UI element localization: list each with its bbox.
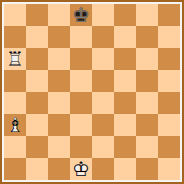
square-d1[interactable]: ♚♔ — [70, 158, 92, 180]
board-frame: ♚♔♜♖♝♗♚♔ — [0, 0, 184, 184]
square-h8[interactable] — [158, 4, 180, 26]
square-b4[interactable] — [26, 92, 48, 114]
square-e2[interactable] — [92, 136, 114, 158]
square-f3[interactable] — [114, 114, 136, 136]
square-c5[interactable] — [48, 70, 70, 92]
square-c6[interactable] — [48, 48, 70, 70]
square-d4[interactable] — [70, 92, 92, 114]
white-rook-outline: ♖ — [4, 48, 26, 70]
board-inner-line: ♚♔♜♖♝♗♚♔ — [2, 2, 182, 182]
square-a1[interactable] — [4, 158, 26, 180]
square-g6[interactable] — [136, 48, 158, 70]
square-b3[interactable] — [26, 114, 48, 136]
square-g5[interactable] — [136, 70, 158, 92]
square-d2[interactable] — [70, 136, 92, 158]
square-a2[interactable] — [4, 136, 26, 158]
square-d8[interactable]: ♚♔ — [70, 4, 92, 26]
square-h4[interactable] — [158, 92, 180, 114]
square-d5[interactable] — [70, 70, 92, 92]
square-e5[interactable] — [92, 70, 114, 92]
square-e3[interactable] — [92, 114, 114, 136]
square-b7[interactable] — [26, 26, 48, 48]
square-c4[interactable] — [48, 92, 70, 114]
white-rook: ♜ — [4, 48, 26, 70]
square-e8[interactable] — [92, 4, 114, 26]
square-c8[interactable] — [48, 4, 70, 26]
square-h5[interactable] — [158, 70, 180, 92]
chess-board: ♚♔♜♖♝♗♚♔ — [4, 4, 180, 180]
square-f5[interactable] — [114, 70, 136, 92]
square-f6[interactable] — [114, 48, 136, 70]
square-c2[interactable] — [48, 136, 70, 158]
square-e6[interactable] — [92, 48, 114, 70]
square-a3[interactable]: ♝♗ — [4, 114, 26, 136]
white-king: ♚ — [70, 158, 92, 180]
square-a4[interactable] — [4, 92, 26, 114]
square-b2[interactable] — [26, 136, 48, 158]
square-g8[interactable] — [136, 4, 158, 26]
square-f1[interactable] — [114, 158, 136, 180]
square-b6[interactable] — [26, 48, 48, 70]
square-d3[interactable] — [70, 114, 92, 136]
square-a6[interactable]: ♜♖ — [4, 48, 26, 70]
white-bishop-outline: ♗ — [4, 114, 26, 136]
square-a8[interactable] — [4, 4, 26, 26]
square-c3[interactable] — [48, 114, 70, 136]
square-c1[interactable] — [48, 158, 70, 180]
white-bishop: ♝ — [4, 114, 26, 136]
square-h6[interactable] — [158, 48, 180, 70]
square-e7[interactable] — [92, 26, 114, 48]
square-b8[interactable] — [26, 4, 48, 26]
square-e1[interactable] — [92, 158, 114, 180]
square-h2[interactable] — [158, 136, 180, 158]
square-g7[interactable] — [136, 26, 158, 48]
square-a5[interactable] — [4, 70, 26, 92]
black-king: ♚ — [70, 4, 92, 26]
square-e4[interactable] — [92, 92, 114, 114]
white-king-outline: ♔ — [70, 158, 92, 180]
square-a7[interactable] — [4, 26, 26, 48]
square-d7[interactable] — [70, 26, 92, 48]
square-g2[interactable] — [136, 136, 158, 158]
square-f2[interactable] — [114, 136, 136, 158]
square-f8[interactable] — [114, 4, 136, 26]
square-h3[interactable] — [158, 114, 180, 136]
square-b5[interactable] — [26, 70, 48, 92]
square-h1[interactable] — [158, 158, 180, 180]
square-g1[interactable] — [136, 158, 158, 180]
square-h7[interactable] — [158, 26, 180, 48]
square-d6[interactable] — [70, 48, 92, 70]
square-f4[interactable] — [114, 92, 136, 114]
square-f7[interactable] — [114, 26, 136, 48]
square-c7[interactable] — [48, 26, 70, 48]
square-g3[interactable] — [136, 114, 158, 136]
square-b1[interactable] — [26, 158, 48, 180]
square-g4[interactable] — [136, 92, 158, 114]
black-king-outline: ♔ — [70, 4, 92, 26]
